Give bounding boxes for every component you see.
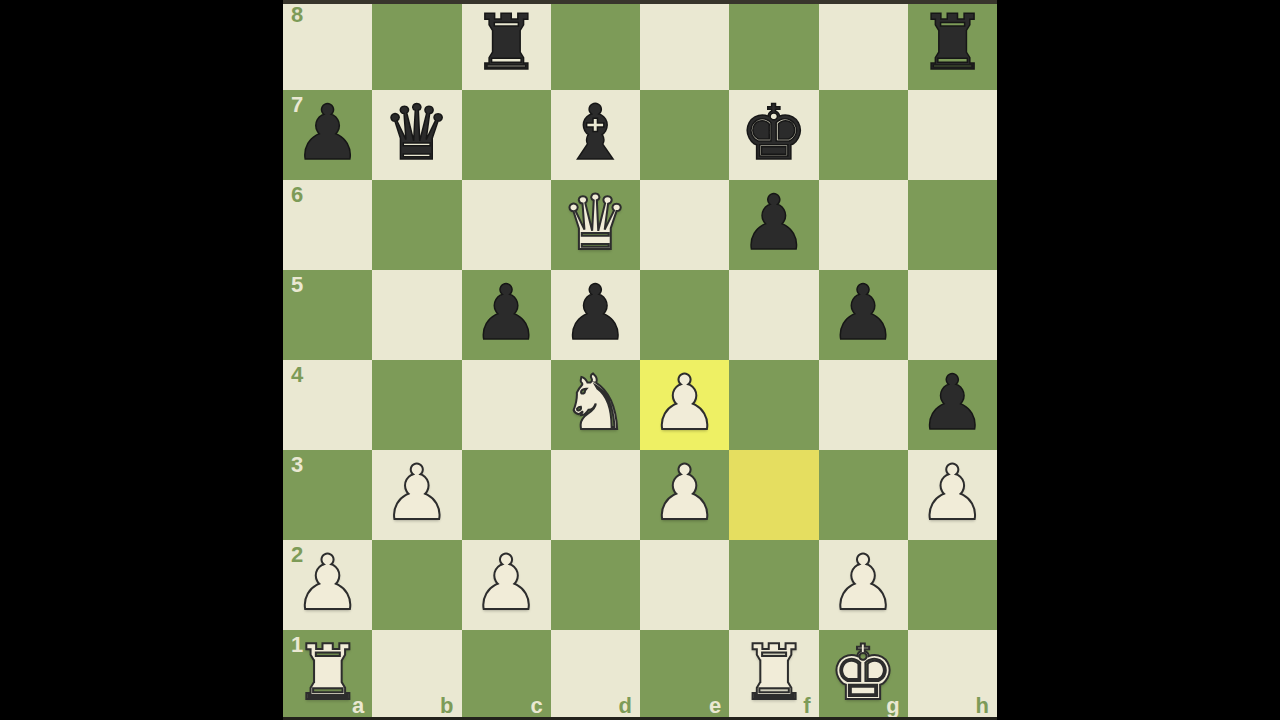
piece-white-pawn[interactable]: ♟ bbox=[472, 545, 540, 621]
square-h6[interactable] bbox=[908, 180, 997, 270]
square-c3[interactable] bbox=[462, 450, 551, 540]
square-b5[interactable] bbox=[372, 270, 461, 360]
square-b4[interactable] bbox=[372, 360, 461, 450]
piece-black-rook[interactable]: ♜ bbox=[918, 5, 986, 81]
square-e1[interactable]: e bbox=[640, 630, 729, 720]
square-a4[interactable]: 4 bbox=[283, 360, 372, 450]
square-e3[interactable]: ♟ bbox=[640, 450, 729, 540]
piece-black-pawn[interactable]: ♟ bbox=[918, 365, 986, 441]
square-d6[interactable]: ♛ bbox=[551, 180, 640, 270]
square-b3[interactable]: ♟ bbox=[372, 450, 461, 540]
square-h7[interactable] bbox=[908, 90, 997, 180]
square-g8[interactable] bbox=[819, 0, 908, 90]
square-a8[interactable]: 8 bbox=[283, 0, 372, 90]
rank-label-3: 3 bbox=[291, 454, 303, 476]
square-a7[interactable]: 7♟ bbox=[283, 90, 372, 180]
square-g2[interactable]: ♟ bbox=[819, 540, 908, 630]
square-c5[interactable]: ♟ bbox=[462, 270, 551, 360]
rank-label-6: 6 bbox=[291, 184, 303, 206]
square-c1[interactable]: c bbox=[462, 630, 551, 720]
square-c2[interactable]: ♟ bbox=[462, 540, 551, 630]
square-b1[interactable]: b bbox=[372, 630, 461, 720]
rank-label-8: 8 bbox=[291, 4, 303, 26]
square-h1[interactable]: h bbox=[908, 630, 997, 720]
square-f1[interactable]: f♜ bbox=[729, 630, 818, 720]
square-h2[interactable] bbox=[908, 540, 997, 630]
file-label-d: d bbox=[619, 695, 632, 717]
square-d1[interactable]: d bbox=[551, 630, 640, 720]
square-a5[interactable]: 5 bbox=[283, 270, 372, 360]
piece-white-pawn[interactable]: ♟ bbox=[383, 455, 451, 531]
file-label-c: c bbox=[531, 695, 543, 717]
piece-white-pawn[interactable]: ♟ bbox=[651, 365, 719, 441]
square-g7[interactable] bbox=[819, 90, 908, 180]
square-e4[interactable]: ♟ bbox=[640, 360, 729, 450]
piece-black-rook[interactable]: ♜ bbox=[472, 5, 540, 81]
piece-white-knight[interactable]: ♞ bbox=[561, 365, 629, 441]
square-f3[interactable] bbox=[729, 450, 818, 540]
square-g4[interactable] bbox=[819, 360, 908, 450]
square-f8[interactable] bbox=[729, 0, 818, 90]
rank-label-5: 5 bbox=[291, 274, 303, 296]
square-a6[interactable]: 6 bbox=[283, 180, 372, 270]
square-e8[interactable] bbox=[640, 0, 729, 90]
square-g5[interactable]: ♟ bbox=[819, 270, 908, 360]
piece-white-pawn[interactable]: ♟ bbox=[294, 545, 362, 621]
file-label-e: e bbox=[709, 695, 721, 717]
piece-black-pawn[interactable]: ♟ bbox=[740, 185, 808, 261]
piece-black-pawn[interactable]: ♟ bbox=[294, 95, 362, 171]
piece-black-pawn[interactable]: ♟ bbox=[829, 275, 897, 351]
square-a1[interactable]: 1a♜ bbox=[283, 630, 372, 720]
square-c6[interactable] bbox=[462, 180, 551, 270]
square-a2[interactable]: 2♟ bbox=[283, 540, 372, 630]
square-f5[interactable] bbox=[729, 270, 818, 360]
piece-black-bishop[interactable]: ♝ bbox=[561, 95, 629, 171]
piece-white-pawn[interactable]: ♟ bbox=[918, 455, 986, 531]
piece-black-pawn[interactable]: ♟ bbox=[472, 275, 540, 351]
file-label-b: b bbox=[440, 695, 453, 717]
letterbox-background: 8♜♜7♟♛♝♚6♛♟5♟♟♟4♞♟♟3♟♟♟2♟♟♟1a♜bcdef♜g♚h bbox=[0, 0, 1280, 720]
piece-white-pawn[interactable]: ♟ bbox=[651, 455, 719, 531]
square-d5[interactable]: ♟ bbox=[551, 270, 640, 360]
square-d2[interactable] bbox=[551, 540, 640, 630]
square-f7[interactable]: ♚ bbox=[729, 90, 818, 180]
piece-white-rook[interactable]: ♜ bbox=[740, 635, 808, 711]
square-f2[interactable] bbox=[729, 540, 818, 630]
square-b6[interactable] bbox=[372, 180, 461, 270]
square-g6[interactable] bbox=[819, 180, 908, 270]
piece-black-pawn[interactable]: ♟ bbox=[561, 275, 629, 351]
square-h3[interactable]: ♟ bbox=[908, 450, 997, 540]
square-b7[interactable]: ♛ bbox=[372, 90, 461, 180]
piece-white-rook[interactable]: ♜ bbox=[294, 635, 362, 711]
piece-black-queen[interactable]: ♛ bbox=[383, 95, 451, 171]
square-d7[interactable]: ♝ bbox=[551, 90, 640, 180]
piece-white-king[interactable]: ♚ bbox=[829, 635, 897, 711]
square-e6[interactable] bbox=[640, 180, 729, 270]
square-b2[interactable] bbox=[372, 540, 461, 630]
file-label-h: h bbox=[976, 695, 989, 717]
square-b8[interactable] bbox=[372, 0, 461, 90]
rank-label-4: 4 bbox=[291, 364, 303, 386]
square-e5[interactable] bbox=[640, 270, 729, 360]
square-d4[interactable]: ♞ bbox=[551, 360, 640, 450]
square-c4[interactable] bbox=[462, 360, 551, 450]
chess-board: 8♜♜7♟♛♝♚6♛♟5♟♟♟4♞♟♟3♟♟♟2♟♟♟1a♜bcdef♜g♚h bbox=[283, 0, 997, 720]
square-d3[interactable] bbox=[551, 450, 640, 540]
piece-white-queen[interactable]: ♛ bbox=[561, 185, 629, 261]
square-h4[interactable]: ♟ bbox=[908, 360, 997, 450]
square-h5[interactable] bbox=[908, 270, 997, 360]
square-e7[interactable] bbox=[640, 90, 729, 180]
square-d8[interactable] bbox=[551, 0, 640, 90]
square-a3[interactable]: 3 bbox=[283, 450, 372, 540]
square-c8[interactable]: ♜ bbox=[462, 0, 551, 90]
square-f4[interactable] bbox=[729, 360, 818, 450]
square-g3[interactable] bbox=[819, 450, 908, 540]
square-c7[interactable] bbox=[462, 90, 551, 180]
square-g1[interactable]: g♚ bbox=[819, 630, 908, 720]
square-e2[interactable] bbox=[640, 540, 729, 630]
square-h8[interactable]: ♜ bbox=[908, 0, 997, 90]
piece-black-king[interactable]: ♚ bbox=[740, 95, 808, 171]
piece-white-pawn[interactable]: ♟ bbox=[829, 545, 897, 621]
square-f6[interactable]: ♟ bbox=[729, 180, 818, 270]
